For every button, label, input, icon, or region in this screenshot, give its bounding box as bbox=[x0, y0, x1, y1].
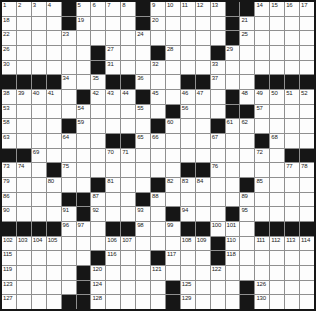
cell-r4c2[interactable] bbox=[17, 46, 31, 60]
cell-r13c16[interactable] bbox=[226, 178, 240, 192]
cell-r12c18[interactable] bbox=[255, 163, 269, 177]
cell-r14c20[interactable] bbox=[285, 193, 299, 207]
cell-r9c10[interactable] bbox=[136, 119, 150, 133]
cell-r19c16[interactable] bbox=[226, 266, 240, 280]
cell-r8c18[interactable]: 57 bbox=[255, 105, 269, 119]
cell-r20c18[interactable]: 126 bbox=[255, 281, 269, 295]
cell-r7c5[interactable] bbox=[62, 90, 76, 104]
cell-r18c5[interactable] bbox=[62, 251, 76, 265]
cell-r11c4[interactable] bbox=[47, 149, 61, 163]
cell-r14c7[interactable]: 87 bbox=[91, 193, 105, 207]
cell-r18c12[interactable]: 117 bbox=[166, 251, 180, 265]
cell-r17c11[interactable] bbox=[151, 237, 165, 251]
cell-r1c14[interactable]: 12 bbox=[196, 2, 210, 16]
cell-r8c13[interactable]: 56 bbox=[181, 105, 195, 119]
cell-r2c13[interactable] bbox=[181, 17, 195, 31]
cell-r2c21[interactable] bbox=[300, 17, 314, 31]
cell-r20c19[interactable] bbox=[270, 281, 284, 295]
cell-r9c8[interactable] bbox=[106, 119, 120, 133]
cell-r9c7[interactable] bbox=[91, 119, 105, 133]
cell-r1c12[interactable]: 10 bbox=[166, 2, 180, 16]
cell-r18c17[interactable] bbox=[240, 251, 254, 265]
cell-r12c15[interactable]: 76 bbox=[211, 163, 225, 177]
cell-r6c6[interactable] bbox=[77, 75, 91, 89]
cell-r11c15[interactable] bbox=[211, 149, 225, 163]
cell-r20c4[interactable] bbox=[47, 281, 61, 295]
cell-r17c8[interactable]: 106 bbox=[106, 237, 120, 251]
cell-r1c4[interactable]: 4 bbox=[47, 2, 61, 16]
cell-r18c9[interactable] bbox=[121, 251, 135, 265]
cell-r19c12[interactable] bbox=[166, 266, 180, 280]
cell-r10c12[interactable] bbox=[166, 134, 180, 148]
cell-r14c2[interactable] bbox=[17, 193, 31, 207]
cell-r14c3[interactable] bbox=[32, 193, 46, 207]
cell-r8c10[interactable]: 55 bbox=[136, 105, 150, 119]
cell-r10c19[interactable]: 68 bbox=[270, 134, 284, 148]
cell-r7c12[interactable] bbox=[166, 90, 180, 104]
cell-r6c11[interactable] bbox=[151, 75, 165, 89]
cell-r20c15[interactable] bbox=[211, 281, 225, 295]
cell-r5c15[interactable]: 33 bbox=[211, 61, 225, 75]
cell-r16c5[interactable]: 96 bbox=[62, 222, 76, 236]
cell-r14c17[interactable]: 89 bbox=[240, 193, 254, 207]
cell-r11c18[interactable]: 72 bbox=[255, 149, 269, 163]
cell-r14c15[interactable] bbox=[211, 193, 225, 207]
cell-r3c3[interactable] bbox=[32, 31, 46, 45]
cell-r8c14[interactable] bbox=[196, 105, 210, 119]
cell-r3c5[interactable]: 23 bbox=[62, 31, 76, 45]
cell-r1c3[interactable]: 3 bbox=[32, 2, 46, 16]
cell-r8c6[interactable]: 54 bbox=[77, 105, 91, 119]
cell-r2c20[interactable] bbox=[285, 17, 299, 31]
cell-r19c18[interactable] bbox=[255, 266, 269, 280]
cell-r4c9[interactable] bbox=[121, 46, 135, 60]
cell-r11c11[interactable] bbox=[151, 149, 165, 163]
cell-r20c8[interactable] bbox=[106, 281, 120, 295]
cell-r18c6[interactable] bbox=[77, 251, 91, 265]
cell-r10c20[interactable] bbox=[285, 134, 299, 148]
cell-r8c9[interactable] bbox=[121, 105, 135, 119]
cell-r2c1[interactable]: 18 bbox=[2, 17, 16, 31]
cell-r20c13[interactable]: 125 bbox=[181, 281, 195, 295]
cell-r10c16[interactable] bbox=[226, 134, 240, 148]
cell-r7c11[interactable]: 45 bbox=[151, 90, 165, 104]
cell-r17c4[interactable]: 105 bbox=[47, 237, 61, 251]
cell-r11c14[interactable] bbox=[196, 149, 210, 163]
cell-r5c17[interactable] bbox=[240, 61, 254, 75]
cell-r2c19[interactable] bbox=[270, 17, 284, 31]
cell-r4c3[interactable] bbox=[32, 46, 46, 60]
cell-r11c19[interactable] bbox=[270, 149, 284, 163]
cell-r12c12[interactable] bbox=[166, 163, 180, 177]
cell-r20c3[interactable] bbox=[32, 281, 46, 295]
cell-r3c17[interactable]: 25 bbox=[240, 31, 254, 45]
cell-r11c10[interactable] bbox=[136, 149, 150, 163]
cell-r18c16[interactable]: 118 bbox=[226, 251, 240, 265]
cell-r19c11[interactable]: 121 bbox=[151, 266, 165, 280]
cell-r20c21[interactable] bbox=[300, 281, 314, 295]
cell-r15c18[interactable] bbox=[255, 207, 269, 221]
cell-r12c11[interactable] bbox=[151, 163, 165, 177]
cell-r20c5[interactable] bbox=[62, 281, 76, 295]
cell-r2c3[interactable] bbox=[32, 17, 46, 31]
cell-r3c18[interactable] bbox=[255, 31, 269, 45]
cell-r2c4[interactable] bbox=[47, 17, 61, 31]
cell-r12c2[interactable]: 74 bbox=[17, 163, 31, 177]
cell-r14c14[interactable] bbox=[196, 193, 210, 207]
cell-r15c9[interactable] bbox=[121, 207, 135, 221]
cell-r4c21[interactable] bbox=[300, 46, 314, 60]
cell-r8c21[interactable] bbox=[300, 105, 314, 119]
cell-r1c11[interactable]: 9 bbox=[151, 2, 165, 16]
cell-r6c5[interactable]: 34 bbox=[62, 75, 76, 89]
cell-r8c8[interactable] bbox=[106, 105, 120, 119]
cell-r12c20[interactable]: 77 bbox=[285, 163, 299, 177]
cell-r1c19[interactable]: 15 bbox=[270, 2, 284, 16]
cell-r5c11[interactable]: 32 bbox=[151, 61, 165, 75]
cell-r5c16[interactable] bbox=[226, 61, 240, 75]
cell-r9c1[interactable]: 58 bbox=[2, 119, 16, 133]
cell-r3c10[interactable]: 24 bbox=[136, 31, 150, 45]
cell-r21c15[interactable] bbox=[211, 295, 225, 309]
cell-r14c18[interactable] bbox=[255, 193, 269, 207]
cell-r12c21[interactable]: 78 bbox=[300, 163, 314, 177]
cell-r5c9[interactable] bbox=[121, 61, 135, 75]
cell-r20c16[interactable] bbox=[226, 281, 240, 295]
cell-r10c1[interactable]: 63 bbox=[2, 134, 16, 148]
cell-r4c20[interactable] bbox=[285, 46, 299, 60]
cell-r19c13[interactable] bbox=[181, 266, 195, 280]
cell-r15c7[interactable]: 92 bbox=[91, 207, 105, 221]
cell-r21c20[interactable] bbox=[285, 295, 299, 309]
cell-r12c6[interactable] bbox=[77, 163, 91, 177]
cell-r14c16[interactable] bbox=[226, 193, 240, 207]
cell-r7c21[interactable]: 52 bbox=[300, 90, 314, 104]
cell-r19c14[interactable] bbox=[196, 266, 210, 280]
cell-r17c18[interactable]: 111 bbox=[255, 237, 269, 251]
cell-r10c21[interactable] bbox=[300, 134, 314, 148]
cell-r14c8[interactable] bbox=[106, 193, 120, 207]
cell-r19c7[interactable]: 120 bbox=[91, 266, 105, 280]
cell-r17c16[interactable]: 110 bbox=[226, 237, 240, 251]
cell-r4c8[interactable]: 27 bbox=[106, 46, 120, 60]
cell-r5c12[interactable] bbox=[166, 61, 180, 75]
cell-r21c14[interactable] bbox=[196, 295, 210, 309]
cell-r2c9[interactable] bbox=[121, 17, 135, 31]
cell-r8c3[interactable] bbox=[32, 105, 46, 119]
cell-r8c1[interactable]: 53 bbox=[2, 105, 16, 119]
cell-r1c21[interactable]: 17 bbox=[300, 2, 314, 16]
cell-r5c2[interactable] bbox=[17, 61, 31, 75]
cell-r20c1[interactable]: 123 bbox=[2, 281, 16, 295]
cell-r13c20[interactable] bbox=[285, 178, 299, 192]
cell-r13c9[interactable] bbox=[121, 178, 135, 192]
cell-r9c18[interactable] bbox=[255, 119, 269, 133]
cell-r13c18[interactable]: 85 bbox=[255, 178, 269, 192]
cell-r11c3[interactable]: 69 bbox=[32, 149, 46, 163]
cell-r14c21[interactable] bbox=[300, 193, 314, 207]
cell-r8c4[interactable] bbox=[47, 105, 61, 119]
cell-r10c6[interactable] bbox=[77, 134, 91, 148]
cell-r16c10[interactable]: 98 bbox=[136, 222, 150, 236]
cell-r10c14[interactable] bbox=[196, 134, 210, 148]
cell-r3c19[interactable] bbox=[270, 31, 284, 45]
cell-r13c10[interactable] bbox=[136, 178, 150, 192]
cell-r15c21[interactable] bbox=[300, 207, 314, 221]
cell-r7c7[interactable]: 42 bbox=[91, 90, 105, 104]
cell-r15c13[interactable]: 94 bbox=[181, 207, 195, 221]
cell-r15c3[interactable] bbox=[32, 207, 46, 221]
cell-r12c8[interactable] bbox=[106, 163, 120, 177]
cell-r11c17[interactable] bbox=[240, 149, 254, 163]
cell-r18c1[interactable]: 115 bbox=[2, 251, 16, 265]
cell-r10c3[interactable] bbox=[32, 134, 46, 148]
cell-r6c7[interactable]: 35 bbox=[91, 75, 105, 89]
cell-r2c15[interactable] bbox=[211, 17, 225, 31]
cell-r15c19[interactable] bbox=[270, 207, 284, 221]
cell-r16c16[interactable]: 101 bbox=[226, 222, 240, 236]
cell-r11c12[interactable] bbox=[166, 149, 180, 163]
cell-r5c18[interactable] bbox=[255, 61, 269, 75]
cell-r18c4[interactable] bbox=[47, 251, 61, 265]
cell-r16c7[interactable] bbox=[91, 222, 105, 236]
cell-r3c4[interactable] bbox=[47, 31, 61, 45]
cell-r1c6[interactable]: 5 bbox=[77, 2, 91, 16]
cell-r5c4[interactable] bbox=[47, 61, 61, 75]
cell-r13c2[interactable] bbox=[17, 178, 31, 192]
cell-r9c2[interactable] bbox=[17, 119, 31, 133]
cell-r8c19[interactable] bbox=[270, 105, 284, 119]
cell-r14c13[interactable] bbox=[181, 193, 195, 207]
cell-r17c13[interactable]: 108 bbox=[181, 237, 195, 251]
cell-r8c5[interactable] bbox=[62, 105, 76, 119]
cell-r9c13[interactable] bbox=[181, 119, 195, 133]
cell-r14c11[interactable]: 88 bbox=[151, 193, 165, 207]
cell-r4c12[interactable]: 28 bbox=[166, 46, 180, 60]
cell-r3c7[interactable] bbox=[91, 31, 105, 45]
cell-r21c4[interactable] bbox=[47, 295, 61, 309]
cell-r6c12[interactable] bbox=[166, 75, 180, 89]
cell-r8c20[interactable] bbox=[285, 105, 299, 119]
cell-r8c11[interactable] bbox=[151, 105, 165, 119]
cell-r13c6[interactable] bbox=[77, 178, 91, 192]
cell-r2c2[interactable] bbox=[17, 17, 31, 31]
cell-r8c2[interactable] bbox=[17, 105, 31, 119]
cell-r7c9[interactable]: 44 bbox=[121, 90, 135, 104]
cell-r13c3[interactable] bbox=[32, 178, 46, 192]
cell-r17c3[interactable]: 104 bbox=[32, 237, 46, 251]
cell-r2c8[interactable] bbox=[106, 17, 120, 31]
cell-r21c3[interactable] bbox=[32, 295, 46, 309]
cell-r10c5[interactable]: 64 bbox=[62, 134, 76, 148]
cell-r15c14[interactable] bbox=[196, 207, 210, 221]
cell-r19c3[interactable] bbox=[32, 266, 46, 280]
cell-r19c17[interactable] bbox=[240, 266, 254, 280]
cell-r19c5[interactable] bbox=[62, 266, 76, 280]
cell-r12c16[interactable] bbox=[226, 163, 240, 177]
cell-r16c11[interactable] bbox=[151, 222, 165, 236]
cell-r4c14[interactable] bbox=[196, 46, 210, 60]
cell-r4c1[interactable]: 26 bbox=[2, 46, 16, 60]
cell-r13c1[interactable]: 79 bbox=[2, 178, 16, 192]
cell-r18c21[interactable] bbox=[300, 251, 314, 265]
cell-r5c20[interactable] bbox=[285, 61, 299, 75]
cell-r1c15[interactable]: 13 bbox=[211, 2, 225, 16]
cell-r7c13[interactable]: 46 bbox=[181, 90, 195, 104]
cell-r21c16[interactable] bbox=[226, 295, 240, 309]
cell-r5c13[interactable] bbox=[181, 61, 195, 75]
cell-r9c3[interactable] bbox=[32, 119, 46, 133]
cell-r19c15[interactable]: 122 bbox=[211, 266, 225, 280]
cell-r14c19[interactable] bbox=[270, 193, 284, 207]
cell-r11c6[interactable] bbox=[77, 149, 91, 163]
cell-r20c2[interactable] bbox=[17, 281, 31, 295]
cell-r20c20[interactable] bbox=[285, 281, 299, 295]
cell-r19c20[interactable] bbox=[285, 266, 299, 280]
cell-r9c6[interactable]: 59 bbox=[77, 119, 91, 133]
cell-r14c4[interactable] bbox=[47, 193, 61, 207]
cell-r7c4[interactable]: 41 bbox=[47, 90, 61, 104]
cell-r5c3[interactable] bbox=[32, 61, 46, 75]
cell-r9c9[interactable] bbox=[121, 119, 135, 133]
cell-r15c17[interactable]: 95 bbox=[240, 207, 254, 221]
cell-r21c1[interactable]: 127 bbox=[2, 295, 16, 309]
cell-r13c13[interactable]: 83 bbox=[181, 178, 195, 192]
cell-r17c21[interactable]: 114 bbox=[300, 237, 314, 251]
cell-r17c12[interactable] bbox=[166, 237, 180, 251]
cell-r17c1[interactable]: 102 bbox=[2, 237, 16, 251]
cell-r17c6[interactable] bbox=[77, 237, 91, 251]
cell-r12c19[interactable] bbox=[270, 163, 284, 177]
cell-r7c1[interactable]: 38 bbox=[2, 90, 16, 104]
cell-r15c11[interactable] bbox=[151, 207, 165, 221]
cell-r15c15[interactable] bbox=[211, 207, 225, 221]
cell-r17c5[interactable] bbox=[62, 237, 76, 251]
cell-r19c8[interactable] bbox=[106, 266, 120, 280]
cell-r8c7[interactable] bbox=[91, 105, 105, 119]
cell-r21c18[interactable]: 130 bbox=[255, 295, 269, 309]
cell-r3c20[interactable] bbox=[285, 31, 299, 45]
cell-r19c19[interactable] bbox=[270, 266, 284, 280]
cell-r17c7[interactable] bbox=[91, 237, 105, 251]
cell-r4c6[interactable] bbox=[77, 46, 91, 60]
cell-r3c13[interactable] bbox=[181, 31, 195, 45]
cell-r18c8[interactable]: 116 bbox=[106, 251, 120, 265]
cell-r6c17[interactable] bbox=[240, 75, 254, 89]
cell-r3c9[interactable] bbox=[121, 31, 135, 45]
cell-r12c3[interactable] bbox=[32, 163, 46, 177]
cell-r18c14[interactable] bbox=[196, 251, 210, 265]
cell-r4c19[interactable] bbox=[270, 46, 284, 60]
cell-r11c16[interactable] bbox=[226, 149, 240, 163]
cell-r21c19[interactable] bbox=[270, 295, 284, 309]
cell-r2c14[interactable] bbox=[196, 17, 210, 31]
cell-r21c11[interactable] bbox=[151, 295, 165, 309]
cell-r21c21[interactable] bbox=[300, 295, 314, 309]
cell-r4c18[interactable] bbox=[255, 46, 269, 60]
cell-r5c10[interactable] bbox=[136, 61, 150, 75]
cell-r9c14[interactable] bbox=[196, 119, 210, 133]
cell-r20c7[interactable]: 124 bbox=[91, 281, 105, 295]
cell-r13c21[interactable] bbox=[300, 178, 314, 192]
cell-r4c5[interactable] bbox=[62, 46, 76, 60]
cell-r2c12[interactable] bbox=[166, 17, 180, 31]
cell-r1c1[interactable]: 1 bbox=[2, 2, 16, 16]
cell-r7c20[interactable]: 51 bbox=[285, 90, 299, 104]
cell-r19c1[interactable]: 119 bbox=[2, 266, 16, 280]
cell-r13c12[interactable]: 82 bbox=[166, 178, 180, 192]
cell-r13c19[interactable] bbox=[270, 178, 284, 192]
cell-r5c5[interactable] bbox=[62, 61, 76, 75]
cell-r11c7[interactable] bbox=[91, 149, 105, 163]
cell-r13c4[interactable]: 80 bbox=[47, 178, 61, 192]
cell-r21c8[interactable] bbox=[106, 295, 120, 309]
cell-r14c1[interactable]: 86 bbox=[2, 193, 16, 207]
cell-r20c10[interactable] bbox=[136, 281, 150, 295]
cell-r12c1[interactable]: 73 bbox=[2, 163, 16, 177]
cell-r10c4[interactable] bbox=[47, 134, 61, 148]
cell-r2c18[interactable] bbox=[255, 17, 269, 31]
cell-r15c1[interactable]: 90 bbox=[2, 207, 16, 221]
cell-r15c20[interactable] bbox=[285, 207, 299, 221]
cell-r18c20[interactable] bbox=[285, 251, 299, 265]
cell-r6c16[interactable] bbox=[226, 75, 240, 89]
cell-r20c14[interactable] bbox=[196, 281, 210, 295]
cell-r3c2[interactable] bbox=[17, 31, 31, 45]
cell-r3c21[interactable] bbox=[300, 31, 314, 45]
cell-r15c4[interactable] bbox=[47, 207, 61, 221]
cell-r10c11[interactable]: 66 bbox=[151, 134, 165, 148]
cell-r2c6[interactable]: 19 bbox=[77, 17, 91, 31]
cell-r5c19[interactable] bbox=[270, 61, 284, 75]
cell-r9c12[interactable]: 60 bbox=[166, 119, 180, 133]
cell-r3c11[interactable] bbox=[151, 31, 165, 45]
cell-r1c18[interactable]: 14 bbox=[255, 2, 269, 16]
cell-r12c10[interactable] bbox=[136, 163, 150, 177]
cell-r10c10[interactable]: 65 bbox=[136, 134, 150, 148]
cell-r10c7[interactable] bbox=[91, 134, 105, 148]
cell-r18c18[interactable] bbox=[255, 251, 269, 265]
cell-r5c1[interactable]: 30 bbox=[2, 61, 16, 75]
cell-r20c11[interactable] bbox=[151, 281, 165, 295]
cell-r12c9[interactable] bbox=[121, 163, 135, 177]
cell-r11c5[interactable] bbox=[62, 149, 76, 163]
cell-r17c20[interactable]: 113 bbox=[285, 237, 299, 251]
cell-r9c20[interactable] bbox=[285, 119, 299, 133]
cell-r14c12[interactable] bbox=[166, 193, 180, 207]
cell-r3c6[interactable] bbox=[77, 31, 91, 45]
cell-r4c16[interactable]: 29 bbox=[226, 46, 240, 60]
cell-r4c17[interactable] bbox=[240, 46, 254, 60]
cell-r3c1[interactable]: 22 bbox=[2, 31, 16, 45]
cell-r15c8[interactable] bbox=[106, 207, 120, 221]
cell-r16c17[interactable] bbox=[240, 222, 254, 236]
cell-r6c15[interactable]: 37 bbox=[211, 75, 225, 89]
cell-r4c13[interactable] bbox=[181, 46, 195, 60]
cell-r9c21[interactable] bbox=[300, 119, 314, 133]
cell-r1c13[interactable]: 11 bbox=[181, 2, 195, 16]
cell-r1c2[interactable]: 2 bbox=[17, 2, 31, 16]
cell-r21c2[interactable] bbox=[17, 295, 31, 309]
cell-r4c10[interactable] bbox=[136, 46, 150, 60]
cell-r19c2[interactable] bbox=[17, 266, 31, 280]
cell-r11c8[interactable]: 70 bbox=[106, 149, 120, 163]
cell-r5c6[interactable] bbox=[77, 61, 91, 75]
cell-r1c9[interactable]: 8 bbox=[121, 2, 135, 16]
cell-r11c13[interactable] bbox=[181, 149, 195, 163]
cell-r7c8[interactable]: 43 bbox=[106, 90, 120, 104]
cell-r5c14[interactable] bbox=[196, 61, 210, 75]
